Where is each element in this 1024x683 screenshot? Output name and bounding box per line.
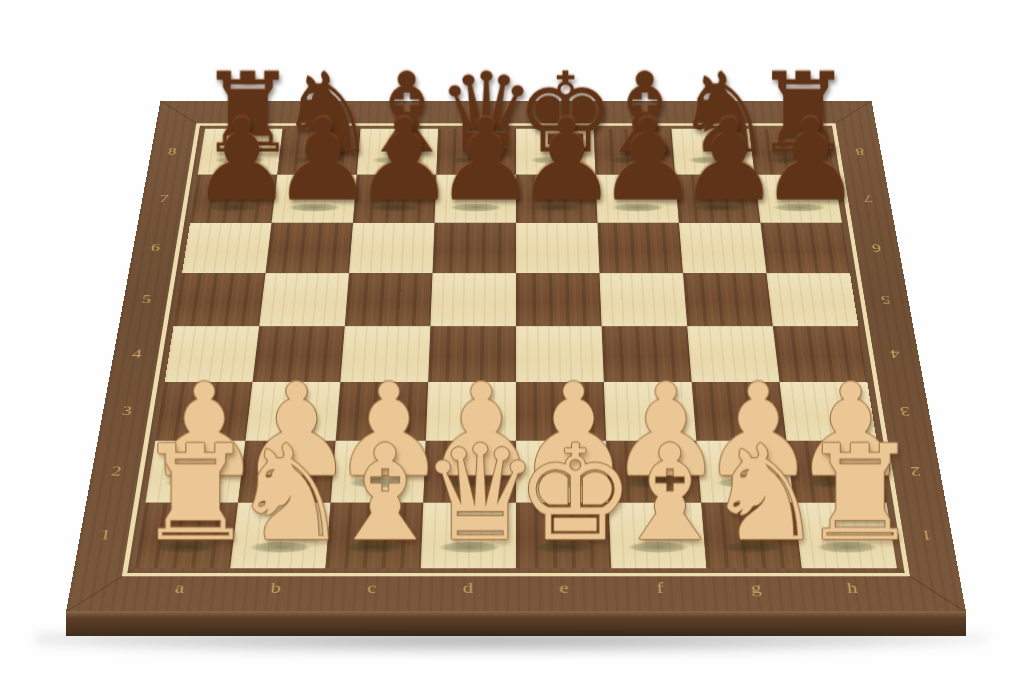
board-grid: ♜♞♝♛♚♝♞♜♟♟♟♟♟♟♟♟♟♟♟♟♟♟♟♟♜♞♝♛♚♝♞♜ [135,129,897,568]
square-f6 [597,223,683,273]
square-e6 [516,223,599,273]
piece-light-knight-g1: ♞ [706,428,801,560]
chess-board: ♜♞♝♛♚♝♞♜♟♟♟♟♟♟♟♟♟♟♟♟♟♟♟♟♜♞♝♛♚♝♞♜ 8877665… [66,101,966,612]
square-a6 [182,223,272,273]
board-shadow [36,632,988,654]
photo-stage: ♜♞♝♛♚♝♞♜♟♟♟♟♟♟♟♟♟♟♟♟♟♟♟♟♜♞♝♛♚♝♞♜ 8877665… [0,0,1024,683]
square-g1: ♞ [701,503,801,568]
piece-light-queen-d1: ♛ [421,428,516,560]
square-h5 [766,273,858,326]
square-a1: ♜ [135,503,238,568]
square-d6 [433,223,516,273]
square-f1: ♝ [609,503,707,568]
file-label-bottom-h: h [831,579,873,597]
file-label-bottom-e: e [544,579,584,597]
file-label-bottom-c: c [352,579,393,597]
square-h1: ♜ [794,503,897,568]
square-b5 [259,273,349,326]
rank-label-left-8: 8 [150,145,194,157]
square-b6 [266,223,354,273]
square-b1: ♞ [230,503,330,568]
square-b7: ♟ [272,175,357,223]
rank-label-right-2: 2 [890,463,942,479]
square-f7: ♟ [596,175,679,223]
square-c6 [349,223,435,273]
square-g5 [683,273,773,326]
piece-dark-pawn-a7: ♟ [191,104,272,217]
rank-label-left-2: 2 [91,463,143,479]
rank-label-left-4: 4 [112,346,161,360]
square-g7: ♟ [675,175,760,223]
file-label-bottom-d: d [448,579,488,597]
square-d5 [430,273,516,326]
square-g6 [679,223,767,273]
file-label-bottom-g: g [736,579,777,597]
piece-dark-pawn-d7: ♟ [435,104,516,217]
square-c1: ♝ [325,503,423,568]
piece-dark-pawn-f7: ♟ [597,104,678,217]
piece-dark-pawn-e7: ♟ [516,104,597,217]
square-e7: ♟ [516,175,597,223]
rank-label-right-6: 6 [853,241,899,254]
piece-dark-pawn-g7: ♟ [678,104,759,217]
square-f5 [599,273,687,326]
square-d1: ♛ [421,503,516,568]
rank-label-left-1: 1 [79,526,132,543]
piece-light-rook-a1: ♜ [136,428,231,560]
piece-light-king-e1: ♚ [516,428,611,560]
file-label-bottom-f: f [640,579,681,597]
piece-dark-pawn-c7: ♟ [354,104,435,217]
rank-label-left-6: 6 [132,241,178,254]
file-label-bottom-a: a [159,579,201,597]
frame-mitre-bottom-left [66,568,135,612]
file-label-bottom-b: b [255,579,296,597]
piece-light-rook-h1: ♜ [801,428,896,560]
square-a5 [174,273,266,326]
rank-label-left-5: 5 [123,292,171,306]
rank-label-right-8: 8 [838,145,882,157]
rank-label-right-1: 1 [900,526,953,543]
square-e1: ♚ [516,503,611,568]
square-a7: ♟ [190,175,277,223]
piece-dark-pawn-h7: ♟ [760,104,841,217]
piece-light-bishop-c1: ♝ [326,428,421,560]
square-e5 [516,273,602,326]
rank-label-left-7: 7 [141,192,186,204]
square-c7: ♟ [353,175,436,223]
rank-label-right-5: 5 [862,292,910,306]
square-c5 [345,273,433,326]
piece-light-knight-b1: ♞ [231,428,326,560]
piece-light-bishop-f1: ♝ [611,428,706,560]
piece-dark-pawn-b7: ♟ [272,104,353,217]
square-d7: ♟ [435,175,516,223]
rank-label-right-7: 7 [845,192,890,204]
rank-label-right-4: 4 [871,346,920,360]
rank-label-right-3: 3 [880,403,930,418]
frame-mitre-bottom-right [897,568,966,612]
rank-label-left-3: 3 [102,403,152,418]
square-h6 [760,223,850,273]
square-h7: ♟ [755,175,842,223]
